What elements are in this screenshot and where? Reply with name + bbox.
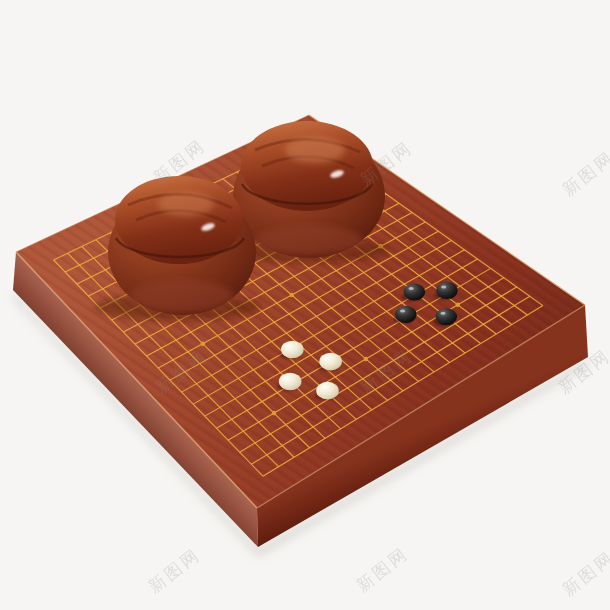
black-go-stone <box>436 282 458 299</box>
go-board-scene: 新图网新图网新图网新图网新图网新图网新图网新图网新图网 <box>0 0 610 610</box>
watermark-text: 新图网 <box>353 543 413 596</box>
watermark-text: 新图网 <box>559 147 610 200</box>
white-go-stone <box>279 373 302 391</box>
watermark-text: 新图网 <box>145 544 205 597</box>
white-go-stone <box>281 341 304 359</box>
bowl-right-sheen <box>285 137 345 163</box>
stone-specular <box>440 312 445 315</box>
bowl-left-board-reflection <box>130 280 234 312</box>
star-point <box>200 341 205 346</box>
black-go-stone <box>435 308 457 325</box>
white-go-stone <box>316 382 339 400</box>
product-photo: 新图网新图网新图网新图网新图网新图网新图网新图网新图网 <box>0 0 610 610</box>
black-go-stone <box>404 283 426 300</box>
stone-specular <box>441 286 446 289</box>
stone-specular <box>400 309 405 312</box>
star-point <box>364 357 369 362</box>
star-point <box>289 293 294 298</box>
bowl-left-sheen <box>158 192 214 216</box>
go-stone-bowl-right <box>233 121 385 258</box>
black-go-stone <box>395 306 417 323</box>
watermark-text: 新图网 <box>559 547 610 600</box>
white-go-stone <box>319 353 342 371</box>
stone-specular <box>409 287 414 290</box>
bowl-right-board-reflection <box>255 225 363 255</box>
star-point <box>455 302 460 307</box>
star-point <box>272 411 277 416</box>
